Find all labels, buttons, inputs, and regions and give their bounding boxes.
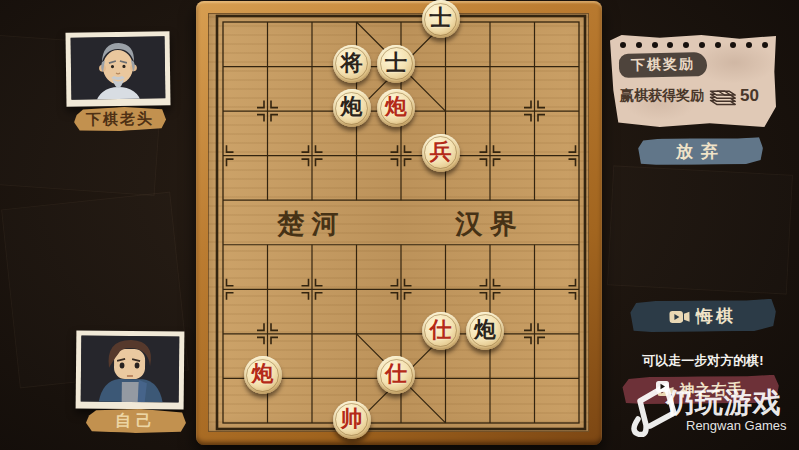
pieces-layer: 士将士炮炮兵仕炮炮仕帅 [208, 13, 589, 432]
piece-black-士[interactable]: 士 [377, 45, 415, 83]
piece-black-将[interactable]: 将 [333, 45, 371, 83]
opponent-name-tag: 下棋老头 [74, 106, 166, 132]
banknote-stack-icon [707, 85, 737, 107]
gods-right-hand-button[interactable]: 神之右手 [621, 375, 779, 406]
opponent-name: 下棋老头 [86, 109, 154, 129]
hint-text: 可以走一步对方的棋! [620, 352, 786, 370]
give-up-button[interactable]: 放弃 [637, 137, 763, 166]
video-camera-icon [669, 309, 690, 324]
reward-amount: 50 [740, 86, 759, 106]
reward-title-badge: 下棋奖励 [619, 52, 707, 78]
self-portrait-frame [76, 330, 185, 409]
old-man-avatar [71, 36, 166, 99]
watermark-en-text: Rengwan Games [686, 418, 786, 433]
game-screen: 楚 河 汉 界 士将士炮炮兵仕炮炮仕帅 下棋老头 [0, 0, 799, 450]
piece-red-炮[interactable]: 炮 [244, 356, 282, 394]
paper-punch-holes [620, 42, 768, 48]
piece-red-仕[interactable]: 仕 [422, 312, 460, 350]
piece-red-仕[interactable]: 仕 [377, 356, 415, 394]
piece-black-炮[interactable]: 炮 [333, 89, 371, 127]
young-man-avatar [81, 335, 180, 402]
background-texture [607, 165, 793, 294]
self-name-tag: 自己 [86, 408, 186, 433]
xiangqi-board[interactable]: 楚 河 汉 界 士将士炮炮兵仕炮炮仕帅 [196, 1, 602, 445]
piece-black-炮[interactable]: 炮 [466, 312, 504, 350]
reward-desc-text: 赢棋获得奖励 [620, 87, 704, 105]
piece-red-炮[interactable]: 炮 [377, 89, 415, 127]
piece-red-帅[interactable]: 帅 [333, 401, 371, 439]
self-name: 自己 [115, 410, 157, 432]
piece-black-士[interactable]: 士 [422, 0, 460, 38]
piece-red-兵[interactable]: 兵 [422, 134, 460, 172]
reward-note-paper: 下棋奖励 赢棋获得奖励 50 [610, 35, 776, 127]
opponent-portrait-frame [65, 31, 170, 106]
undo-move-button[interactable]: 悔棋 [629, 299, 777, 334]
board-surface: 楚 河 汉 界 士将士炮炮兵仕炮炮仕帅 [208, 13, 589, 432]
video-camera-icon [656, 384, 673, 397]
reward-description-row: 赢棋获得奖励 50 [620, 85, 759, 107]
